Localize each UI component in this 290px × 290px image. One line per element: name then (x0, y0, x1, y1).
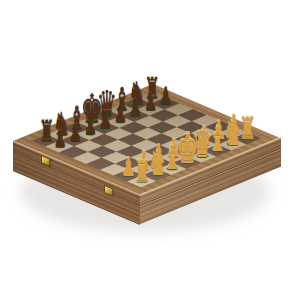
piece-glyph: ♟ (114, 102, 127, 126)
piece-glyph: ♜ (134, 155, 151, 186)
piece-glyph: ♟ (129, 96, 142, 120)
piece-glyph: ♟ (69, 120, 82, 144)
piece-glyph: ♟ (54, 127, 67, 151)
chess-box-product-photo: ♜♞♝♛♚♝♞♜♟♟♟♟♟♟♟♟♟♟♟♟♟♟♟♟♜♞♝♛♚♝♞♜ (0, 0, 290, 290)
piece-glyph: ♟ (84, 114, 97, 138)
piece-glyph: ♟ (159, 84, 172, 108)
piece-glyph: ♟ (99, 108, 112, 132)
piece-glyph: ♜ (39, 117, 55, 146)
brass-clasp-front (104, 185, 113, 197)
piece-glyph: ♟ (144, 90, 157, 114)
